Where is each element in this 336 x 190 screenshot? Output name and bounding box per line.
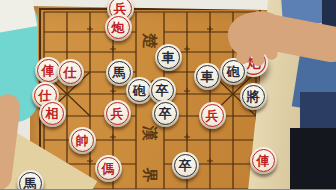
piece-black-pawn-c[interactable]: 卒 xyxy=(172,152,199,179)
piece-black-king[interactable]: 將 xyxy=(240,83,267,110)
piece-ring: 仕 xyxy=(59,61,82,84)
piece-glyph: 砲 xyxy=(133,84,146,97)
piece-red-horse-a[interactable]: 傌 xyxy=(95,155,122,182)
piece-ring: 卒 xyxy=(151,79,174,102)
piece-ring: 馬 xyxy=(108,61,131,84)
piece-glyph: 俥 xyxy=(42,64,55,77)
piece-red-king[interactable]: 帥 xyxy=(69,127,96,154)
piece-glyph: 馬 xyxy=(113,66,126,79)
piece-glyph: 兵 xyxy=(114,2,127,15)
piece-black-chariot-b[interactable]: 車 xyxy=(194,63,221,90)
piece-ring: 俥 xyxy=(37,59,60,82)
piece-ring: 將 xyxy=(242,85,265,108)
piece-glyph: 仕 xyxy=(64,66,77,79)
piece-black-pawn-b[interactable]: 卒 xyxy=(152,100,179,127)
piece-glyph: 車 xyxy=(201,70,214,83)
piece-ring: 傌 xyxy=(97,157,120,180)
piece-ring: 帥 xyxy=(71,129,94,152)
piece-ring: 馬 xyxy=(19,172,42,190)
piece-glyph: 俥 xyxy=(257,154,270,167)
piece-ring: 卒 xyxy=(174,154,197,177)
piece-glyph: 兵 xyxy=(111,107,124,120)
piece-glyph: 卒 xyxy=(179,159,192,172)
piece-black-chariot-a[interactable]: 車 xyxy=(155,44,182,71)
piece-glyph: 卒 xyxy=(159,107,172,120)
piece-glyph: 馬 xyxy=(24,177,37,190)
piece-ring: 俥 xyxy=(252,149,275,172)
piece-ring: 車 xyxy=(196,65,219,88)
piece-red-advisor-a[interactable]: 仕 xyxy=(57,59,84,86)
piece-glyph: 卒 xyxy=(156,84,169,97)
piece-ring: 車 xyxy=(157,46,180,69)
piece-glyph: 傌 xyxy=(102,162,115,175)
piece-ring: 卒 xyxy=(154,102,177,125)
piece-glyph: 相 xyxy=(46,107,59,120)
piece-red-elephant-a[interactable]: 相 xyxy=(39,100,66,127)
piece-glyph: 將 xyxy=(247,90,260,103)
piece-ring: 砲 xyxy=(128,79,151,102)
piece-ring: 兵 xyxy=(106,102,129,125)
piece-red-cannon-a[interactable]: 炮 xyxy=(105,14,132,41)
piece-black-horse-b[interactable]: 馬 xyxy=(17,170,44,190)
piece-glyph: 砲 xyxy=(227,65,240,78)
piece-red-chariot-b[interactable]: 俥 xyxy=(250,147,277,174)
piece-ring: 炮 xyxy=(107,16,130,39)
piece-glyph: 兵 xyxy=(206,109,219,122)
piece-ring: 相 xyxy=(41,102,64,125)
piece-red-pawn-b[interactable]: 兵 xyxy=(104,100,131,127)
photo-of-xiangqi-game: 楚 河 漢 界 兵炮俥仕仕相帥傌兵兵炮俥車馬砲卒卒車砲將卒馬 xyxy=(0,0,336,189)
piece-ring: 兵 xyxy=(201,104,224,127)
piece-red-pawn-c[interactable]: 兵 xyxy=(199,102,226,129)
piece-glyph: 炮 xyxy=(112,21,125,34)
piece-glyph: 帥 xyxy=(76,134,89,147)
piece-glyph: 車 xyxy=(162,51,175,64)
